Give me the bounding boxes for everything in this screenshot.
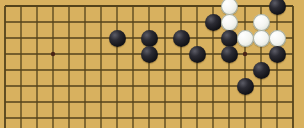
stone-black <box>141 30 158 47</box>
stone-white <box>269 30 286 47</box>
stone-black <box>189 46 206 63</box>
stone-black <box>173 30 190 47</box>
stone-white <box>221 0 238 15</box>
stone-black <box>221 46 238 63</box>
stone-black <box>205 14 222 31</box>
stone-black <box>221 30 238 47</box>
stone-black <box>109 30 126 47</box>
star-point <box>51 52 55 56</box>
stone-white <box>253 30 270 47</box>
go-board[interactable] <box>0 0 304 128</box>
stone-white <box>221 14 238 31</box>
screenshot <box>0 0 304 128</box>
stone-black <box>141 46 158 63</box>
stone-white <box>253 14 270 31</box>
stone-black <box>269 46 286 63</box>
star-point <box>243 52 247 56</box>
stone-black <box>269 0 286 15</box>
stone-black <box>237 78 254 95</box>
stone-black <box>253 62 270 79</box>
stone-white <box>237 30 254 47</box>
